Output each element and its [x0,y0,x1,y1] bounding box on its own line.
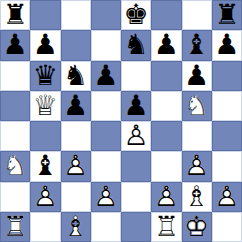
piece-outline: ♙ [30,182,60,212]
square-c5[interactable]: ♟ [61,91,91,121]
piece-outline: ♔ [182,212,212,242]
white-knight: ♞♘ [0,151,30,181]
piece-outline: ♖ [151,212,181,242]
square-c7[interactable] [61,30,91,60]
square-a3[interactable]: ♞♘ [0,151,30,181]
square-b3[interactable]: ♝ [30,151,60,181]
square-e3[interactable] [121,151,151,181]
white-pawn: ♟♙ [151,182,181,212]
piece-outline: ♗ [182,182,212,212]
square-g1[interactable]: ♚♔ [182,212,212,242]
square-f5[interactable] [151,91,181,121]
square-g5[interactable]: ♞♘ [182,91,212,121]
black-king: ♚ [121,0,151,30]
square-c2[interactable] [61,182,91,212]
square-h2[interactable]: ♟♙ [212,182,242,212]
square-b5[interactable]: ♛♕ [30,91,60,121]
piece-outline: ♘ [0,151,30,181]
square-h3[interactable] [212,151,242,181]
square-a2[interactable] [0,182,30,212]
square-e7[interactable]: ♞ [121,30,151,60]
white-bishop: ♝♗ [182,182,212,212]
piece-outline: ♕ [30,91,60,121]
square-f3[interactable] [151,151,181,181]
square-f4[interactable] [151,121,181,151]
square-d2[interactable]: ♟♙ [91,182,121,212]
chess-board: ♜♚♜♟♟♞♟♝♟♛♞♟♟♛♕♟♟♞♘♟♙♞♘♝♟♙♟♙♟♙♟♙♟♙♝♗♟♙♜♖… [0,0,242,242]
square-d3[interactable] [91,151,121,181]
square-e5[interactable]: ♟ [121,91,151,121]
white-pawn: ♟♙ [121,121,151,151]
square-a4[interactable] [0,121,30,151]
square-c1[interactable]: ♝♗ [61,212,91,242]
square-d7[interactable] [91,30,121,60]
square-a7[interactable]: ♟ [0,30,30,60]
piece-outline: ♙ [182,151,212,181]
square-g8[interactable] [182,0,212,30]
square-c8[interactable] [61,0,91,30]
square-e2[interactable] [121,182,151,212]
square-f7[interactable]: ♟ [151,30,181,60]
white-rook: ♜♖ [0,212,30,242]
square-g4[interactable] [182,121,212,151]
square-g3[interactable]: ♟♙ [182,151,212,181]
black-pawn: ♟ [121,91,151,121]
piece-outline: ♗ [61,212,91,242]
black-pawn: ♟ [182,61,212,91]
square-c4[interactable] [61,121,91,151]
square-b6[interactable]: ♛ [30,61,60,91]
square-h6[interactable] [212,61,242,91]
white-bishop: ♝♗ [61,212,91,242]
square-d1[interactable] [91,212,121,242]
white-knight: ♞♘ [182,91,212,121]
piece-outline: ♘ [182,91,212,121]
square-a8[interactable]: ♜ [0,0,30,30]
black-pawn: ♟ [151,30,181,60]
square-b7[interactable]: ♟ [30,30,60,60]
black-knight: ♞ [121,30,151,60]
square-d6[interactable]: ♟ [91,61,121,91]
square-d4[interactable] [91,121,121,151]
square-b1[interactable] [30,212,60,242]
square-c3[interactable]: ♟♙ [61,151,91,181]
piece-outline: ♙ [91,182,121,212]
white-pawn: ♟♙ [30,182,60,212]
square-a1[interactable]: ♜♖ [0,212,30,242]
square-e4[interactable]: ♟♙ [121,121,151,151]
square-f8[interactable] [151,0,181,30]
square-f1[interactable]: ♜♖ [151,212,181,242]
white-rook: ♜♖ [151,212,181,242]
black-rook: ♜ [212,0,242,30]
square-b8[interactable] [30,0,60,30]
square-h1[interactable] [212,212,242,242]
white-king: ♚♔ [182,212,212,242]
square-d5[interactable] [91,91,121,121]
piece-outline: ♙ [212,182,242,212]
square-h7[interactable]: ♟ [212,30,242,60]
black-pawn: ♟ [61,91,91,121]
square-f6[interactable] [151,61,181,91]
black-pawn: ♟ [212,30,242,60]
black-bishop: ♝ [182,30,212,60]
white-queen: ♛♕ [30,91,60,121]
white-pawn: ♟♙ [182,151,212,181]
square-h8[interactable]: ♜ [212,0,242,30]
black-pawn: ♟ [30,30,60,60]
square-h5[interactable] [212,91,242,121]
square-h4[interactable] [212,121,242,151]
black-queen: ♛ [30,61,60,91]
white-pawn: ♟♙ [61,151,91,181]
black-pawn: ♟ [91,61,121,91]
white-pawn: ♟♙ [212,182,242,212]
square-c6[interactable]: ♞ [61,61,91,91]
black-knight: ♞ [61,61,91,91]
black-bishop: ♝ [30,151,60,181]
square-e1[interactable] [121,212,151,242]
square-g6[interactable]: ♟ [182,61,212,91]
square-e8[interactable]: ♚ [121,0,151,30]
piece-outline: ♙ [121,121,151,151]
square-b2[interactable]: ♟♙ [30,182,60,212]
square-b4[interactable] [30,121,60,151]
piece-outline: ♙ [151,182,181,212]
piece-outline: ♙ [61,151,91,181]
square-e6[interactable] [121,61,151,91]
square-f2[interactable]: ♟♙ [151,182,181,212]
square-a6[interactable] [0,61,30,91]
black-rook: ♜ [0,0,30,30]
white-pawn: ♟♙ [91,182,121,212]
square-g2[interactable]: ♝♗ [182,182,212,212]
black-pawn: ♟ [0,30,30,60]
piece-outline: ♖ [0,212,30,242]
square-d8[interactable] [91,0,121,30]
square-a5[interactable] [0,91,30,121]
square-g7[interactable]: ♝ [182,30,212,60]
